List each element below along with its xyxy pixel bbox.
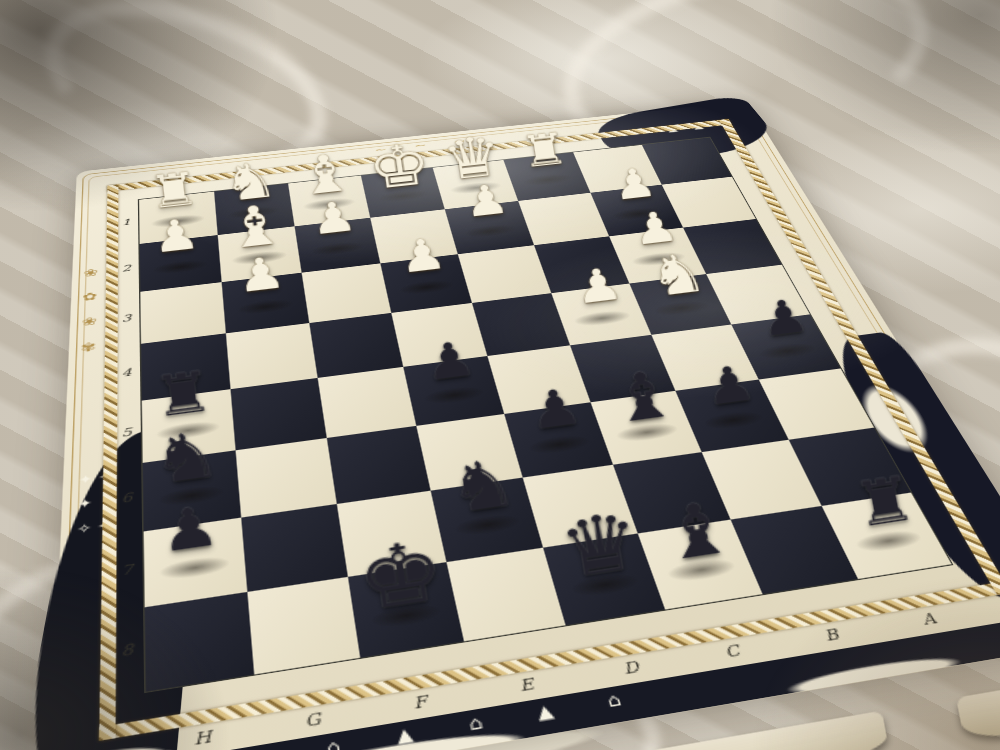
black-queen-d8: ♛ [526,486,674,606]
black-pawn-h7: ♟ [115,470,263,588]
chess-board: ❀ ✿ ❀ ✾ ~ ~ ~ ✦ ✧ ✦ ✧ ✦ ▲ ▲ ⌂ 12345678 H… [48,101,1000,750]
board-foot [648,711,890,750]
white-pawn-g3: ♟ [200,229,321,321]
white-pawn-e3: ♟ [363,210,482,300]
white-pawn-c4: ♟ [538,239,660,332]
black-rook-a8: ♜ [813,445,956,560]
black-king-f8: ♚ [325,514,477,637]
board-foot [956,679,1000,743]
rank-label-3: 3 [122,313,132,325]
chess-set-photo: ❀ ✿ ❀ ✾ ~ ~ ~ ✦ ✧ ✦ ✧ ✦ ▲ ▲ ⌂ 12345678 H… [0,0,1000,750]
scene: ❀ ✿ ❀ ✾ ~ ~ ~ ✦ ✧ ✦ ✧ ✦ ▲ ▲ ⌂ 12345678 H… [0,0,1000,750]
rank-label-2: 2 [122,263,131,274]
rank-label-1: 1 [122,217,131,227]
